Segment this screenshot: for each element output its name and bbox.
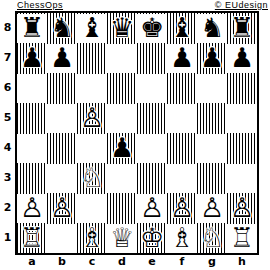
rank-label-6: 6	[0, 73, 15, 103]
square-h2[interactable]: ♙	[227, 193, 257, 223]
white-queen[interactable]: ♕	[110, 223, 134, 253]
square-b6[interactable]	[47, 73, 77, 103]
square-g1[interactable]: ♘	[197, 223, 227, 253]
square-d5[interactable]	[107, 103, 137, 133]
black-pawn[interactable]: ♟	[20, 43, 44, 73]
copyright-notice[interactable]: © EUdesign	[215, 0, 268, 11]
black-pawn[interactable]: ♟	[230, 43, 254, 73]
rank-label-7: 7	[0, 43, 15, 73]
white-king[interactable]: ♔	[140, 223, 164, 253]
file-label-f: f	[167, 256, 197, 268]
square-b4[interactable]	[47, 133, 77, 163]
square-f6[interactable]	[167, 73, 197, 103]
square-e3[interactable]	[137, 163, 167, 193]
square-d2[interactable]	[107, 193, 137, 223]
square-c1[interactable]: ♗	[77, 223, 107, 253]
black-bishop[interactable]: ♝	[170, 13, 194, 43]
rank-label-5: 5	[0, 103, 15, 133]
square-e2[interactable]: ♙	[137, 193, 167, 223]
square-b7[interactable]: ♟	[47, 43, 77, 73]
square-h7[interactable]: ♟	[227, 43, 257, 73]
square-h6[interactable]	[227, 73, 257, 103]
white-rook[interactable]: ♖	[20, 223, 44, 253]
chess-board: ♜♞♝♛♚♝♞♜♟♟♟♟♟♙♟♘♙♙♙♙♙♙♖♗♕♔♗♘♖	[15, 11, 259, 255]
black-king[interactable]: ♚	[140, 13, 164, 43]
square-b8[interactable]: ♞	[47, 13, 77, 43]
square-c5[interactable]: ♙	[77, 103, 107, 133]
square-c6[interactable]	[77, 73, 107, 103]
black-knight[interactable]: ♞	[50, 13, 74, 43]
square-b2[interactable]: ♙	[47, 193, 77, 223]
square-a8[interactable]: ♜	[17, 13, 47, 43]
square-e4[interactable]	[137, 133, 167, 163]
square-f5[interactable]	[167, 103, 197, 133]
square-c7[interactable]	[77, 43, 107, 73]
square-h8[interactable]: ♜	[227, 13, 257, 43]
square-c8[interactable]: ♝	[77, 13, 107, 43]
black-pawn[interactable]: ♟	[200, 43, 224, 73]
app-title[interactable]: ChessOps	[17, 0, 63, 11]
rank-label-8: 8	[0, 13, 15, 43]
white-bishop[interactable]: ♗	[170, 223, 194, 253]
rank-label-1: 1	[0, 223, 15, 253]
square-h3[interactable]	[227, 163, 257, 193]
white-pawn[interactable]: ♙	[170, 193, 194, 223]
file-label-e: e	[137, 256, 167, 268]
square-g4[interactable]	[197, 133, 227, 163]
square-c3[interactable]: ♘	[77, 163, 107, 193]
square-a2[interactable]: ♙	[17, 193, 47, 223]
file-labels: abcdefgh	[17, 256, 257, 268]
square-b5[interactable]	[47, 103, 77, 133]
rank-label-4: 4	[0, 133, 15, 163]
square-e7[interactable]	[137, 43, 167, 73]
file-label-g: g	[197, 256, 227, 268]
square-e1[interactable]: ♔	[137, 223, 167, 253]
square-g5[interactable]	[197, 103, 227, 133]
square-f1[interactable]: ♗	[167, 223, 197, 253]
white-knight[interactable]: ♘	[80, 163, 104, 193]
square-g2[interactable]: ♙	[197, 193, 227, 223]
black-knight[interactable]: ♞	[200, 13, 224, 43]
file-label-h: h	[227, 256, 257, 268]
square-c2[interactable]	[77, 193, 107, 223]
square-d4[interactable]: ♟	[107, 133, 137, 163]
black-rook[interactable]: ♜	[230, 13, 254, 43]
square-d6[interactable]	[107, 73, 137, 103]
square-a1[interactable]: ♖	[17, 223, 47, 253]
square-a7[interactable]: ♟	[17, 43, 47, 73]
black-bishop[interactable]: ♝	[80, 13, 104, 43]
square-a5[interactable]	[17, 103, 47, 133]
square-e8[interactable]: ♚	[137, 13, 167, 43]
white-rook[interactable]: ♖	[230, 223, 254, 253]
square-b1[interactable]	[47, 223, 77, 253]
chessops-window: ChessOps © EUdesign 87654321 ♜♞♝♛♚♝♞♜♟♟♟…	[0, 0, 270, 270]
white-pawn[interactable]: ♙	[20, 193, 44, 223]
white-knight[interactable]: ♘	[200, 223, 224, 253]
square-a4[interactable]	[17, 133, 47, 163]
white-pawn[interactable]: ♙	[50, 193, 74, 223]
white-pawn[interactable]: ♙	[140, 193, 164, 223]
white-bishop[interactable]: ♗	[80, 223, 104, 253]
white-pawn[interactable]: ♙	[80, 103, 104, 133]
file-label-c: c	[77, 256, 107, 268]
square-h5[interactable]	[227, 103, 257, 133]
square-d1[interactable]: ♕	[107, 223, 137, 253]
square-f8[interactable]: ♝	[167, 13, 197, 43]
square-e5[interactable]	[137, 103, 167, 133]
black-rook[interactable]: ♜	[20, 13, 44, 43]
square-a3[interactable]	[17, 163, 47, 193]
square-d7[interactable]	[107, 43, 137, 73]
black-pawn[interactable]: ♟	[50, 43, 74, 73]
white-pawn[interactable]: ♙	[200, 193, 224, 223]
rank-label-3: 3	[0, 163, 15, 193]
square-f2[interactable]: ♙	[167, 193, 197, 223]
square-f7[interactable]: ♟	[167, 43, 197, 73]
black-queen[interactable]: ♛	[110, 13, 134, 43]
rank-label-2: 2	[0, 193, 15, 223]
rank-labels: 87654321	[0, 13, 15, 253]
square-b3[interactable]	[47, 163, 77, 193]
file-label-b: b	[47, 256, 77, 268]
title-bar: ChessOps © EUdesign	[0, 0, 270, 11]
square-f4[interactable]	[167, 133, 197, 163]
square-e6[interactable]	[137, 73, 167, 103]
square-g7[interactable]: ♟	[197, 43, 227, 73]
square-d8[interactable]: ♛	[107, 13, 137, 43]
black-pawn[interactable]: ♟	[170, 43, 194, 73]
square-c4[interactable]	[77, 133, 107, 163]
square-g6[interactable]	[197, 73, 227, 103]
square-g8[interactable]: ♞	[197, 13, 227, 43]
square-f3[interactable]	[167, 163, 197, 193]
square-g3[interactable]	[197, 163, 227, 193]
square-a6[interactable]	[17, 73, 47, 103]
black-pawn[interactable]: ♟	[110, 133, 134, 163]
file-label-a: a	[17, 256, 47, 268]
white-pawn[interactable]: ♙	[230, 193, 254, 223]
square-h4[interactable]	[227, 133, 257, 163]
square-d3[interactable]	[107, 163, 137, 193]
square-h1[interactable]: ♖	[227, 223, 257, 253]
file-label-d: d	[107, 256, 137, 268]
